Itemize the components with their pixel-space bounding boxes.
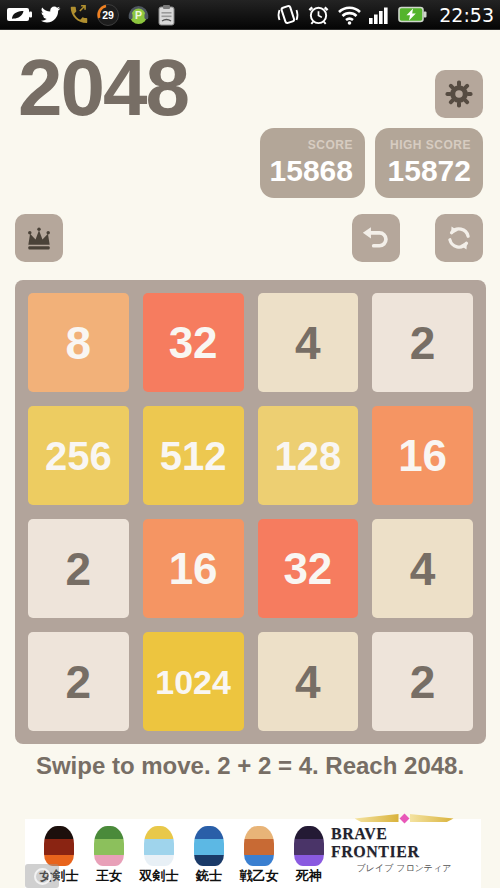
high-score-box: HIGH SCORE 15872 — [375, 128, 483, 198]
missed-call-icon — [68, 4, 89, 25]
status-clock: 22:53 — [439, 4, 494, 26]
ad-character: 戦乙女 — [237, 826, 281, 885]
crown-icon — [23, 223, 55, 253]
gear-icon — [444, 79, 474, 109]
page-title: 2048 — [18, 48, 188, 128]
ad-character-label: 銃士 — [196, 867, 222, 885]
battery-level-icon: 29 — [96, 3, 120, 27]
battery-charging-icon — [398, 6, 427, 23]
battery-saver-icon — [6, 6, 33, 23]
app-screen: 29 P — [0, 0, 500, 888]
restart-button[interactable] — [435, 214, 483, 262]
tile-2: 2 — [372, 632, 473, 731]
ad-character-sprite-icon — [94, 826, 124, 866]
ad-brand: BRAVE FRONTIER — [331, 825, 477, 861]
tile-128: 128 — [258, 406, 359, 505]
refresh-icon — [445, 224, 473, 252]
twitter-icon — [40, 6, 61, 24]
tile-32: 32 — [258, 519, 359, 618]
clipboard-icon — [157, 4, 176, 26]
ad-character: 死神 — [287, 826, 331, 885]
ad-character: 銃士 — [187, 826, 231, 885]
ad-character-label: 戦乙女 — [240, 867, 279, 885]
tile-16: 16 — [372, 406, 473, 505]
ad-character: 王女 — [87, 826, 131, 885]
tile-512: 512 — [143, 406, 244, 505]
score-value: 15868 — [268, 154, 353, 188]
settings-button[interactable] — [435, 70, 483, 118]
vibrate-icon — [276, 4, 300, 26]
status-bar-left: 29 P — [6, 3, 176, 27]
score-box: SCORE 15868 — [260, 128, 365, 198]
tile-4: 4 — [258, 293, 359, 392]
game-board[interactable]: 83242256512128162163242102442 — [15, 280, 486, 744]
tile-2: 2 — [372, 293, 473, 392]
tile-256: 256 — [28, 406, 129, 505]
tile-16: 16 — [143, 519, 244, 618]
logo-wings-icon — [355, 812, 454, 824]
ad-character-sprite-icon — [294, 826, 324, 866]
ad-character-sprite-icon — [194, 826, 224, 866]
instruction-text: Swipe to move. 2 + 2 = 4. Reach 2048. — [0, 752, 500, 780]
ad-character-sprite-icon — [144, 826, 174, 866]
ad-character-label: 死神 — [296, 867, 322, 885]
tile-32: 32 — [143, 293, 244, 392]
svg-text:P: P — [135, 9, 142, 21]
alarm-icon — [307, 3, 330, 26]
wifi-icon — [337, 5, 362, 25]
svg-text:29: 29 — [102, 9, 114, 21]
ad-characters: 女剣士王女双剣士銃士戦乙女死神 — [37, 826, 331, 885]
tile-4: 4 — [258, 632, 359, 731]
ad-character-label: 王女 — [96, 867, 122, 885]
ad-banner[interactable]: 女剣士王女双剣士銃士戦乙女死神 BRAVE FRONTIER ブレイブ フロンテ… — [25, 819, 481, 888]
tile-2: 2 — [28, 519, 129, 618]
undo-icon — [361, 225, 391, 251]
undo-button[interactable] — [352, 214, 400, 262]
ad-character: 双剣士 — [137, 826, 181, 885]
tile-8: 8 — [28, 293, 129, 392]
tile-1024: 1024 — [143, 632, 244, 731]
signal-icon — [369, 6, 391, 24]
tile-4: 4 — [372, 519, 473, 618]
score-label: SCORE — [268, 138, 353, 152]
status-bar: 29 P — [0, 0, 500, 30]
status-bar-right: 22:53 — [276, 3, 494, 26]
ad-brand-subtitle: ブレイブ フロンティア — [357, 862, 452, 875]
ad-info-icon[interactable] — [25, 864, 59, 888]
ad-character-label: 双剣士 — [140, 867, 179, 885]
high-score-value: 15872 — [383, 154, 471, 188]
high-score-label: HIGH SCORE — [383, 138, 471, 152]
ad-character-sprite-icon — [244, 826, 274, 866]
tile-2: 2 — [28, 632, 129, 731]
leaderboard-button[interactable] — [15, 214, 63, 262]
podcast-icon: P — [127, 3, 150, 26]
ad-logo: BRAVE FRONTIER ブレイブ フロンティア — [331, 812, 477, 885]
ad-character-sprite-icon — [44, 826, 74, 866]
